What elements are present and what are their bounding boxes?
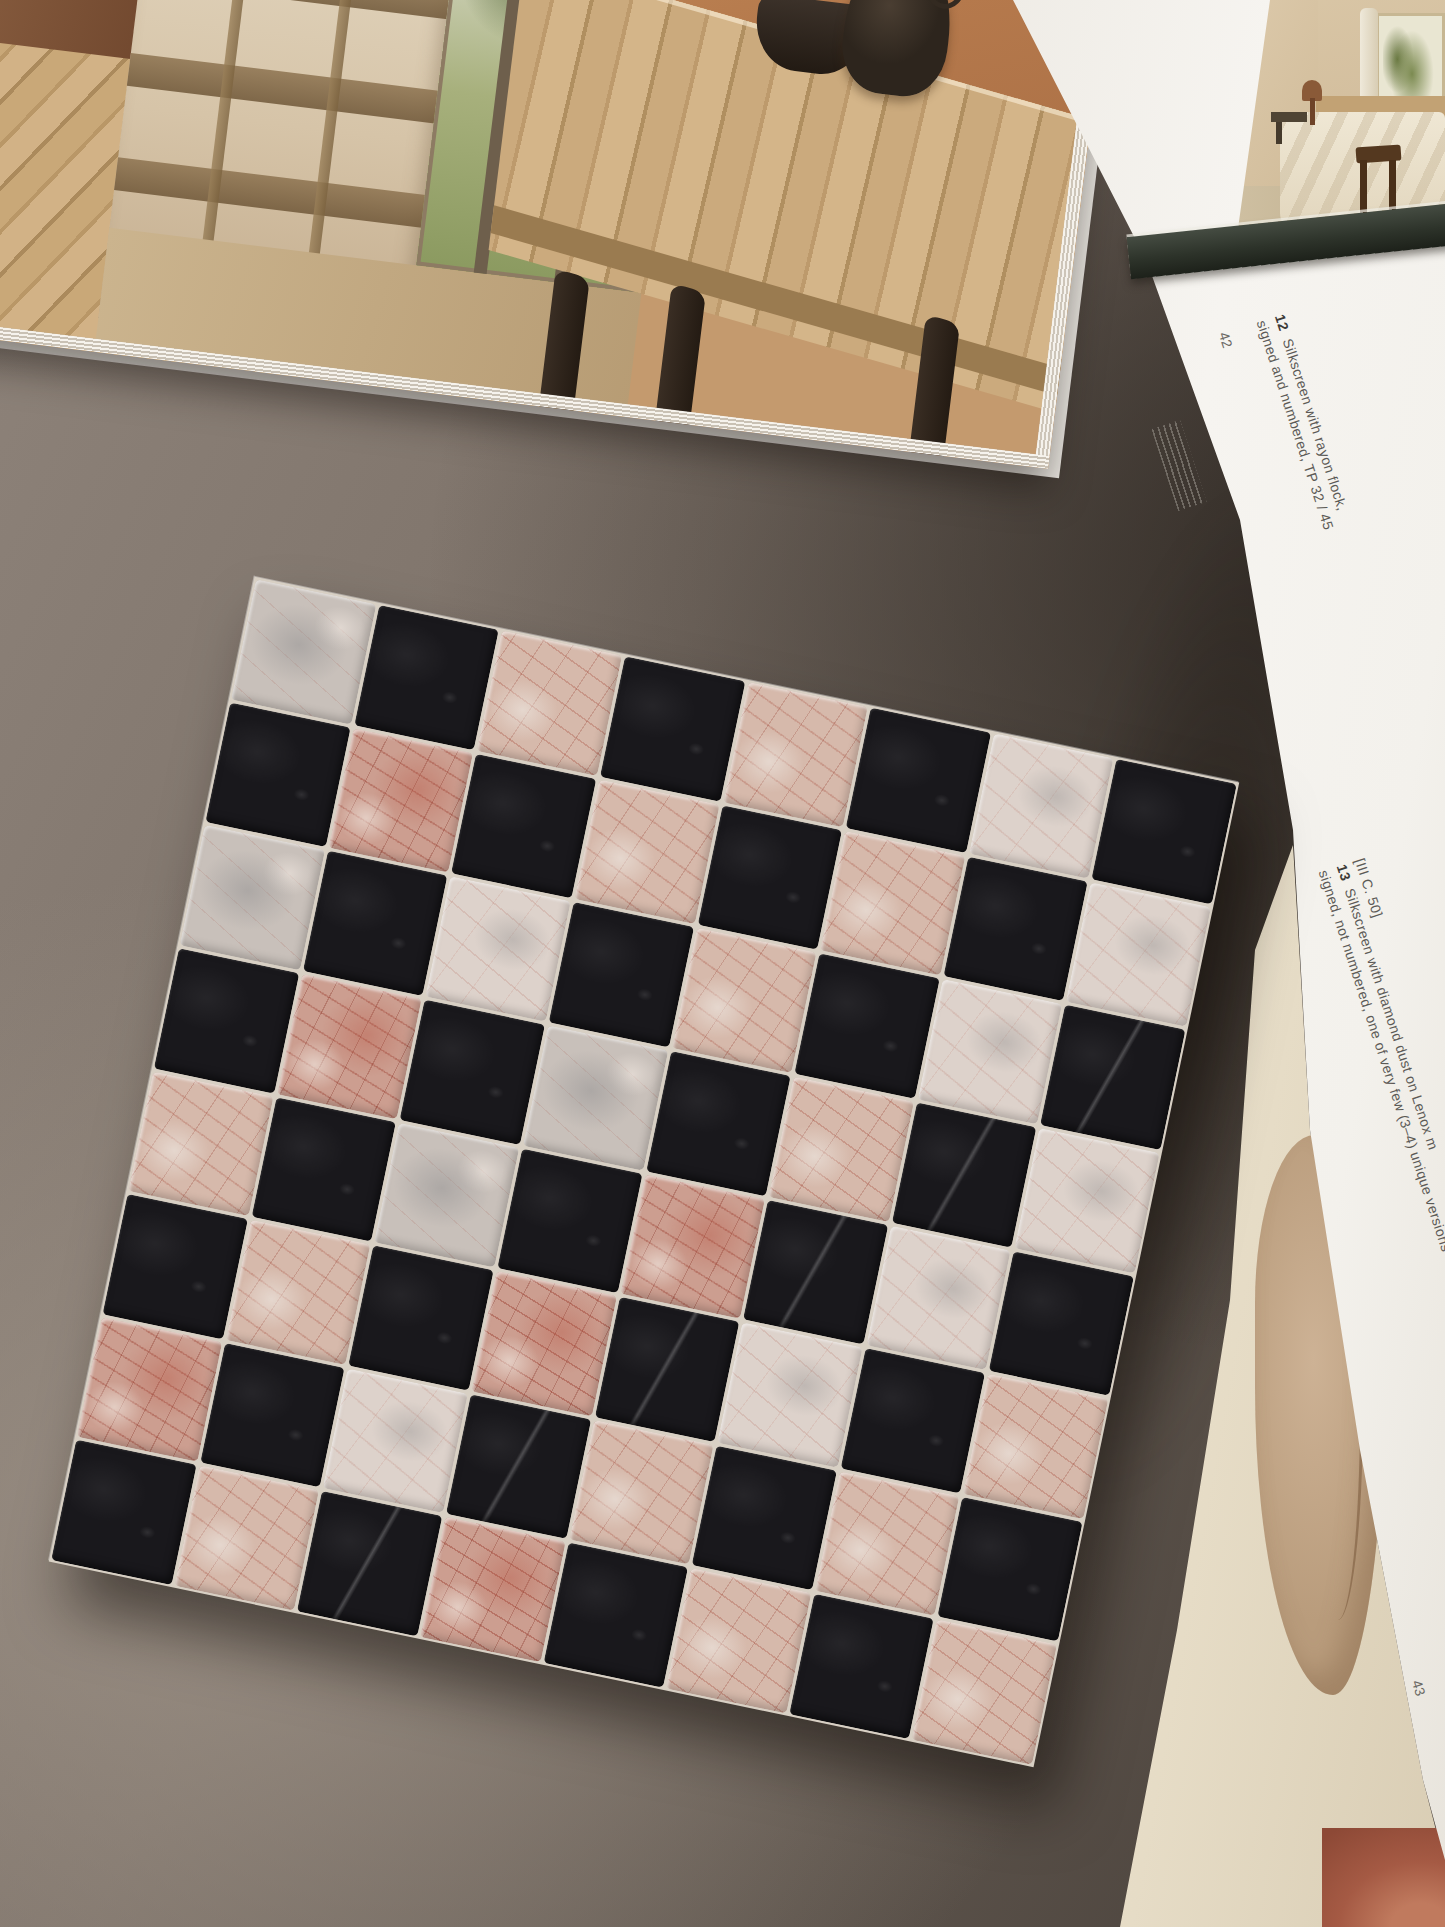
- black-marble-square: [692, 1445, 837, 1590]
- pink-marble-square: [671, 928, 816, 1073]
- pink-marble-square: [174, 1466, 319, 1611]
- pink-marble-square: [1066, 882, 1211, 1027]
- pink-marble-square: [374, 1122, 519, 1267]
- black-marble-square: [594, 1297, 739, 1442]
- pink-marble-square: [477, 631, 622, 776]
- pink-marble-square: [323, 1368, 468, 1513]
- bench-leg: [1276, 122, 1283, 143]
- pink-marble-square: [231, 579, 376, 724]
- pink-marble-square: [769, 1076, 914, 1221]
- entry-12-number: 12: [1272, 312, 1292, 333]
- black-marble-square: [840, 1348, 985, 1493]
- black-marble-square: [348, 1245, 493, 1390]
- black-marble-square: [154, 948, 299, 1093]
- pink-marble-square: [128, 1071, 273, 1216]
- pink-marble-square: [917, 979, 1062, 1124]
- black-marble-square: [497, 1148, 642, 1293]
- black-marble-square: [646, 1051, 791, 1196]
- black-marble-square: [548, 902, 693, 1047]
- entry-13-number: 13: [1334, 862, 1354, 883]
- black-marble-square: [743, 1199, 888, 1344]
- pink-marble-square: [963, 1374, 1108, 1519]
- black-marble-square: [103, 1194, 248, 1339]
- pink-marble-square: [523, 1025, 668, 1170]
- black-marble-square: [846, 708, 991, 853]
- black-marble-square: [543, 1543, 688, 1688]
- board-grid: [49, 577, 1239, 1767]
- pink-marble-square: [328, 728, 473, 873]
- black-marble-square: [400, 999, 545, 1144]
- pink-marble-square: [969, 733, 1114, 878]
- pink-marble-square: [723, 682, 868, 827]
- pink-marble-square: [569, 1420, 714, 1565]
- pink-marble-square: [471, 1271, 616, 1416]
- black-marble-square: [200, 1343, 345, 1488]
- pink-marble-square: [180, 825, 325, 970]
- black-marble-square: [943, 856, 1088, 1001]
- shelf-line: [140, 0, 456, 20]
- photo-bedside-bench: [1271, 112, 1307, 123]
- black-marble-square: [297, 1491, 442, 1636]
- pink-marble-square: [620, 1174, 765, 1319]
- lamp-stem: [1310, 98, 1314, 125]
- pink-marble-square: [574, 779, 719, 924]
- shelf-line: [127, 53, 443, 124]
- black-marble-square: [794, 954, 939, 1099]
- corner-photo-fragment: [1322, 1828, 1445, 1927]
- black-marble-square: [51, 1440, 196, 1585]
- pink-marble-square: [912, 1620, 1057, 1765]
- black-marble-square: [1040, 1005, 1185, 1150]
- pink-marble-square: [717, 1322, 862, 1467]
- black-marble-square: [600, 656, 745, 801]
- pink-marble-square: [77, 1317, 222, 1462]
- pink-marble-square: [1015, 1128, 1160, 1273]
- black-marble-square: [303, 851, 448, 996]
- black-marble-square: [451, 753, 596, 898]
- pink-marble-square: [420, 1517, 565, 1662]
- pink-marble-square: [866, 1225, 1011, 1370]
- black-marble-square: [446, 1394, 591, 1539]
- black-marble-square: [989, 1251, 1134, 1396]
- black-marble-square: [789, 1594, 934, 1739]
- pink-marble-square: [426, 876, 571, 1021]
- black-marble-square: [938, 1497, 1083, 1642]
- pink-marble-square: [820, 831, 965, 976]
- stool-leg: [1360, 160, 1367, 219]
- black-marble-square: [1092, 759, 1237, 904]
- pink-marble-square: [225, 1220, 370, 1365]
- pink-marble-square: [815, 1471, 960, 1616]
- black-marble-square: [354, 605, 499, 750]
- pink-marble-square: [277, 974, 422, 1119]
- black-marble-square: [205, 702, 350, 847]
- black-marble-square: [892, 1102, 1037, 1247]
- shelf-line: [114, 157, 430, 228]
- black-marble-square: [251, 1097, 396, 1242]
- pink-marble-square: [666, 1568, 811, 1713]
- black-marble-square: [697, 805, 842, 950]
